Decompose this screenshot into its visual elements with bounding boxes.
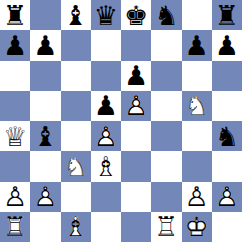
piece-white-pawn-icon[interactable]: ♟♙ xyxy=(182,182,212,212)
white-piece-outline: ♕ xyxy=(0,121,30,151)
white-piece-outline: ♙ xyxy=(30,182,60,212)
white-piece-outline: ♙ xyxy=(0,182,30,212)
square-g6[interactable] xyxy=(182,61,212,91)
square-b7[interactable]: ♟ xyxy=(30,30,60,60)
square-h2[interactable]: ♟♙ xyxy=(212,182,242,212)
square-c1[interactable]: ♝♗ xyxy=(61,212,91,242)
white-piece-outline: ♘ xyxy=(182,91,212,121)
square-d6[interactable] xyxy=(91,61,121,91)
white-piece-outline: ♗ xyxy=(91,151,121,181)
piece-white-pawn-icon[interactable]: ♟♙ xyxy=(30,182,60,212)
square-a6[interactable] xyxy=(0,61,30,91)
piece-white-bishop-icon[interactable]: ♝♗ xyxy=(91,151,121,181)
square-a1[interactable]: ♜♖ xyxy=(0,212,30,242)
square-e6[interactable]: ♟ xyxy=(121,61,151,91)
square-g8[interactable] xyxy=(182,0,212,30)
square-d7[interactable] xyxy=(91,30,121,60)
square-b3[interactable] xyxy=(30,151,60,181)
square-e7[interactable] xyxy=(121,30,151,60)
piece-black-queen-icon[interactable]: ♛ xyxy=(91,0,121,30)
piece-white-knight-icon[interactable]: ♞♘ xyxy=(182,91,212,121)
piece-white-pawn-icon[interactable]: ♟♙ xyxy=(212,182,242,212)
square-b2[interactable]: ♟♙ xyxy=(30,182,60,212)
square-d4[interactable]: ♟♙ xyxy=(91,121,121,151)
piece-black-pawn-icon[interactable]: ♟ xyxy=(212,30,242,60)
square-h4[interactable]: ♞ xyxy=(212,121,242,151)
piece-black-pawn-icon[interactable]: ♟ xyxy=(121,61,151,91)
white-piece-outline: ♘ xyxy=(61,151,91,181)
square-a3[interactable] xyxy=(0,151,30,181)
square-g2[interactable]: ♟♙ xyxy=(182,182,212,212)
square-e3[interactable] xyxy=(121,151,151,181)
square-f1[interactable]: ♜♖ xyxy=(151,212,181,242)
square-c6[interactable] xyxy=(61,61,91,91)
piece-black-bishop-icon[interactable]: ♝ xyxy=(30,121,60,151)
square-b1[interactable] xyxy=(30,212,60,242)
piece-white-bishop-icon[interactable]: ♝♗ xyxy=(61,212,91,242)
square-a4[interactable]: ♛♕ xyxy=(0,121,30,151)
square-f8[interactable]: ♞ xyxy=(151,0,181,30)
square-h7[interactable]: ♟ xyxy=(212,30,242,60)
square-a7[interactable]: ♟ xyxy=(0,30,30,60)
square-g5[interactable]: ♞♘ xyxy=(182,91,212,121)
square-e2[interactable] xyxy=(121,182,151,212)
square-g7[interactable]: ♟ xyxy=(182,30,212,60)
square-b6[interactable] xyxy=(30,61,60,91)
white-piece-outline: ♖ xyxy=(0,212,30,242)
square-h5[interactable] xyxy=(212,91,242,121)
square-c4[interactable] xyxy=(61,121,91,151)
piece-white-pawn-icon[interactable]: ♟♙ xyxy=(0,182,30,212)
piece-black-king-icon[interactable]: ♚ xyxy=(121,0,151,30)
piece-white-queen-icon[interactable]: ♛♕ xyxy=(0,121,30,151)
piece-black-rook-icon[interactable]: ♜ xyxy=(212,0,242,30)
white-piece-outline: ♙ xyxy=(91,121,121,151)
square-e5[interactable]: ♟♙ xyxy=(121,91,151,121)
square-d2[interactable] xyxy=(91,182,121,212)
piece-white-rook-icon[interactable]: ♜♖ xyxy=(0,212,30,242)
square-a5[interactable] xyxy=(0,91,30,121)
square-h6[interactable] xyxy=(212,61,242,91)
chess-board: ♜♝♛♚♞♜♟♟♟♟♟♟♟♙♞♘♛♕♝♟♙♞♞♘♝♗♟♙♟♙♟♙♟♙♜♖♝♗♜♖… xyxy=(0,0,242,242)
white-piece-outline: ♙ xyxy=(182,182,212,212)
square-f6[interactable] xyxy=(151,61,181,91)
square-a2[interactable]: ♟♙ xyxy=(0,182,30,212)
piece-black-pawn-icon[interactable]: ♟ xyxy=(0,30,30,60)
square-c7[interactable] xyxy=(61,30,91,60)
white-piece-outline: ♗ xyxy=(61,212,91,242)
square-g4[interactable] xyxy=(182,121,212,151)
white-piece-outline: ♙ xyxy=(212,182,242,212)
square-c3[interactable]: ♞♘ xyxy=(61,151,91,181)
piece-white-pawn-icon[interactable]: ♟♙ xyxy=(91,121,121,151)
white-piece-outline: ♔ xyxy=(182,212,212,242)
square-d3[interactable]: ♝♗ xyxy=(91,151,121,181)
square-f7[interactable] xyxy=(151,30,181,60)
square-h3[interactable] xyxy=(212,151,242,181)
square-d1[interactable] xyxy=(91,212,121,242)
square-f2[interactable] xyxy=(151,182,181,212)
white-piece-outline: ♖ xyxy=(151,212,181,242)
square-h1[interactable] xyxy=(212,212,242,242)
square-d8[interactable]: ♛ xyxy=(91,0,121,30)
square-e1[interactable] xyxy=(121,212,151,242)
square-e4[interactable] xyxy=(121,121,151,151)
square-c8[interactable]: ♝ xyxy=(61,0,91,30)
square-f5[interactable] xyxy=(151,91,181,121)
square-f4[interactable] xyxy=(151,121,181,151)
piece-black-pawn-icon[interactable]: ♟ xyxy=(91,91,121,121)
piece-black-knight-icon[interactable]: ♞ xyxy=(212,121,242,151)
square-c5[interactable] xyxy=(61,91,91,121)
square-b8[interactable] xyxy=(30,0,60,30)
piece-black-pawn-icon[interactable]: ♟ xyxy=(30,30,60,60)
square-g1[interactable]: ♚♔ xyxy=(182,212,212,242)
square-c2[interactable] xyxy=(61,182,91,212)
piece-white-king-icon[interactable]: ♚♔ xyxy=(182,212,212,242)
square-h8[interactable]: ♜ xyxy=(212,0,242,30)
piece-white-knight-icon[interactable]: ♞♘ xyxy=(61,151,91,181)
square-g3[interactable] xyxy=(182,151,212,181)
piece-black-pawn-icon[interactable]: ♟ xyxy=(182,30,212,60)
piece-black-knight-icon[interactable]: ♞ xyxy=(151,0,181,30)
square-f3[interactable] xyxy=(151,151,181,181)
square-b5[interactable] xyxy=(30,91,60,121)
white-piece-outline: ♙ xyxy=(121,91,151,121)
piece-white-rook-icon[interactable]: ♜♖ xyxy=(151,212,181,242)
piece-white-pawn-icon[interactable]: ♟♙ xyxy=(121,91,151,121)
piece-black-rook-icon[interactable]: ♜ xyxy=(0,0,30,30)
square-a8[interactable]: ♜ xyxy=(0,0,30,30)
square-b4[interactable]: ♝ xyxy=(30,121,60,151)
square-e8[interactable]: ♚ xyxy=(121,0,151,30)
square-d5[interactable]: ♟ xyxy=(91,91,121,121)
piece-black-bishop-icon[interactable]: ♝ xyxy=(61,0,91,30)
